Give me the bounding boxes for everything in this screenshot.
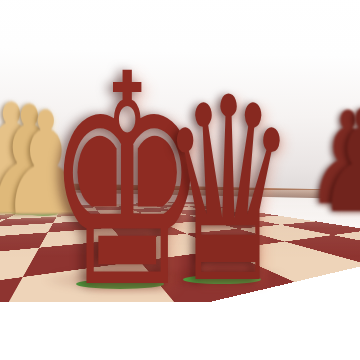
red-queen: ♛ xyxy=(160,64,297,302)
red-pawn-2: ♟ xyxy=(316,91,360,233)
photo-bottom-margin xyxy=(0,302,360,360)
chess-set-product-photo: ♟♟♟♟♟♚♛ xyxy=(0,0,360,302)
